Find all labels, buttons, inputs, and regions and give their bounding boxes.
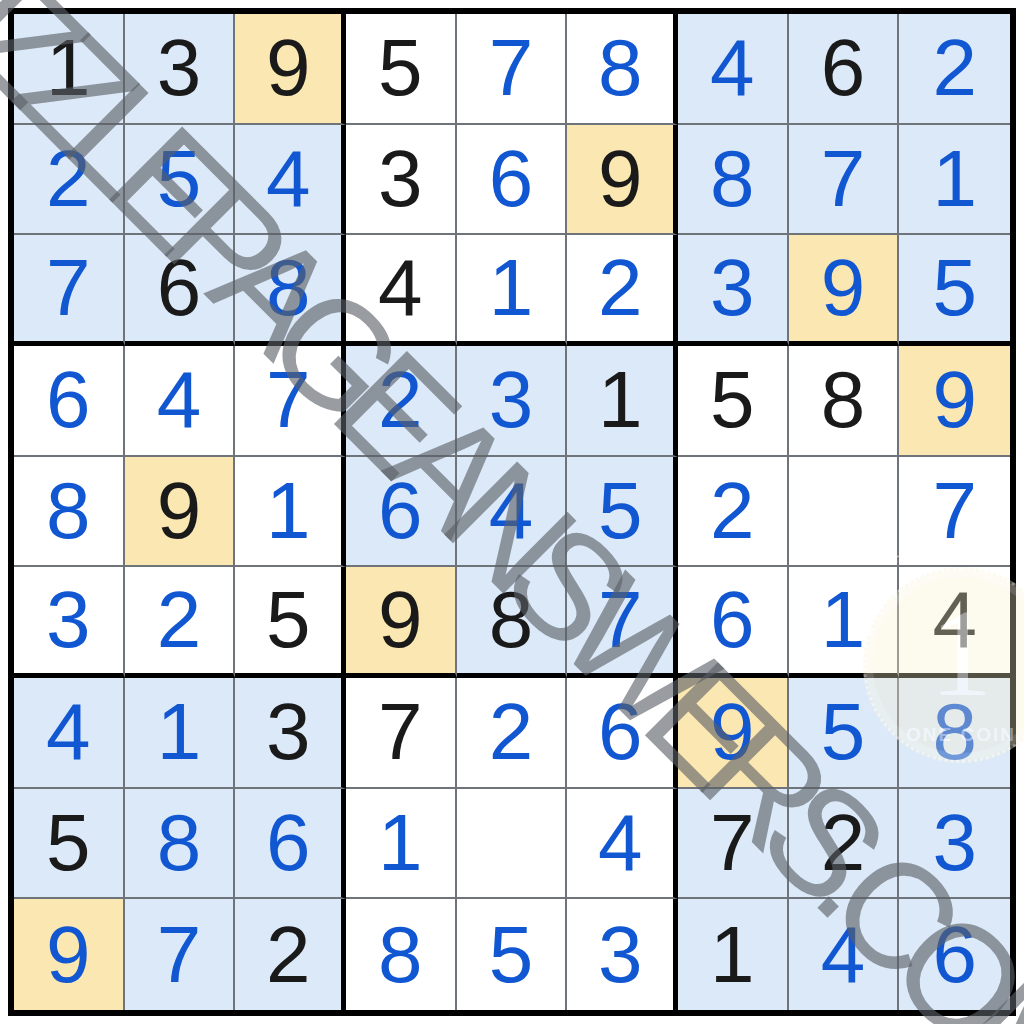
cell-r4c5[interactable]: 3: [457, 346, 568, 457]
cell-r7c6[interactable]: 6: [567, 678, 678, 789]
cell-r9c2[interactable]: 7: [125, 899, 236, 1010]
cell-r5c3[interactable]: 1: [235, 457, 346, 568]
cell-r8c4[interactable]: 1: [346, 789, 457, 900]
coin-label: ONE COIN: [866, 724, 1024, 746]
cell-r2c2[interactable]: 5: [125, 125, 236, 236]
cell-r2c7[interactable]: 8: [678, 125, 789, 236]
cell-r4c6[interactable]: 1: [567, 346, 678, 457]
cell-r7c7[interactable]: 9: [678, 678, 789, 789]
cell-r2c4[interactable]: 3: [346, 125, 457, 236]
cell-r1c7[interactable]: 4: [678, 14, 789, 125]
cell-r1c8[interactable]: 6: [789, 14, 900, 125]
cell-r3c5[interactable]: 1: [457, 235, 568, 346]
cell-r1c1[interactable]: 1: [14, 14, 125, 125]
cell-r7c4[interactable]: 7: [346, 678, 457, 789]
cell-r2c5[interactable]: 6: [457, 125, 568, 236]
cell-r4c2[interactable]: 4: [125, 346, 236, 457]
cell-r3c7[interactable]: 3: [678, 235, 789, 346]
cell-r2c9[interactable]: 1: [899, 125, 1010, 236]
cell-r5c4[interactable]: 6: [346, 457, 457, 568]
cell-r9c6[interactable]: 3: [567, 899, 678, 1010]
cell-r2c1[interactable]: 2: [14, 125, 125, 236]
cell-r3c8[interactable]: 9: [789, 235, 900, 346]
cell-r5c5[interactable]: 4: [457, 457, 568, 568]
cell-r8c1[interactable]: 5: [14, 789, 125, 900]
cell-r4c9[interactable]: 9: [899, 346, 1010, 457]
cell-r5c6[interactable]: 5: [567, 457, 678, 568]
cell-r9c3[interactable]: 2: [235, 899, 346, 1010]
cell-r5c2[interactable]: 9: [125, 457, 236, 568]
cell-r4c8[interactable]: 8: [789, 346, 900, 457]
cell-r8c7[interactable]: 7: [678, 789, 789, 900]
coin-badge-watermark: ★ ★ ★ ★ ★ ★ ★ ★ 1 ONE COIN: [863, 567, 1024, 763]
cell-r9c8[interactable]: 4: [789, 899, 900, 1010]
cell-r5c9[interactable]: 7: [899, 457, 1010, 568]
cell-r8c8[interactable]: 2: [789, 789, 900, 900]
cell-r8c2[interactable]: 8: [125, 789, 236, 900]
sudoku-board: 1395784622543698717684123956472315898916…: [8, 8, 1016, 1016]
coin-numeral: 1: [866, 588, 1024, 719]
cell-r8c6[interactable]: 4: [567, 789, 678, 900]
cell-r3c2[interactable]: 6: [125, 235, 236, 346]
cell-r1c9[interactable]: 2: [899, 14, 1010, 125]
cell-r6c2[interactable]: 2: [125, 567, 236, 678]
cell-r1c3[interactable]: 9: [235, 14, 346, 125]
cell-r2c6[interactable]: 9: [567, 125, 678, 236]
cell-r1c4[interactable]: 5: [346, 14, 457, 125]
cell-r7c5[interactable]: 2: [457, 678, 568, 789]
cell-r9c5[interactable]: 5: [457, 899, 568, 1010]
cell-r4c7[interactable]: 5: [678, 346, 789, 457]
cell-r6c7[interactable]: 6: [678, 567, 789, 678]
cell-r1c5[interactable]: 7: [457, 14, 568, 125]
cell-r9c1[interactable]: 9: [14, 899, 125, 1010]
cell-r8c9[interactable]: 3: [899, 789, 1010, 900]
cell-r3c6[interactable]: 2: [567, 235, 678, 346]
cell-r4c4[interactable]: 2: [346, 346, 457, 457]
cell-r4c3[interactable]: 7: [235, 346, 346, 457]
cell-r3c9[interactable]: 5: [899, 235, 1010, 346]
cell-r4c1[interactable]: 6: [14, 346, 125, 457]
cell-r1c6[interactable]: 8: [567, 14, 678, 125]
cell-r2c3[interactable]: 4: [235, 125, 346, 236]
cell-r9c9[interactable]: 6: [899, 899, 1010, 1010]
cell-r3c1[interactable]: 7: [14, 235, 125, 346]
cell-r7c3[interactable]: 3: [235, 678, 346, 789]
cell-r5c7[interactable]: 2: [678, 457, 789, 568]
cell-r5c1[interactable]: 8: [14, 457, 125, 568]
cell-r9c4[interactable]: 8: [346, 899, 457, 1010]
cell-r2c8[interactable]: 7: [789, 125, 900, 236]
cell-r8c5[interactable]: [457, 789, 568, 900]
cell-r3c3[interactable]: 8: [235, 235, 346, 346]
cell-r9c7[interactable]: 1: [678, 899, 789, 1010]
cell-r8c3[interactable]: 6: [235, 789, 346, 900]
cell-r3c4[interactable]: 4: [346, 235, 457, 346]
sudoku-screenshot: 1395784622543698717684123956472315898916…: [0, 0, 1024, 1024]
cell-r6c5[interactable]: 8: [457, 567, 568, 678]
cell-r5c8[interactable]: [789, 457, 900, 568]
cell-r1c2[interactable]: 3: [125, 14, 236, 125]
cell-r6c3[interactable]: 5: [235, 567, 346, 678]
cell-r6c1[interactable]: 3: [14, 567, 125, 678]
cell-r6c6[interactable]: 7: [567, 567, 678, 678]
cell-r7c2[interactable]: 1: [125, 678, 236, 789]
cell-r6c4[interactable]: 9: [346, 567, 457, 678]
cell-r7c1[interactable]: 4: [14, 678, 125, 789]
